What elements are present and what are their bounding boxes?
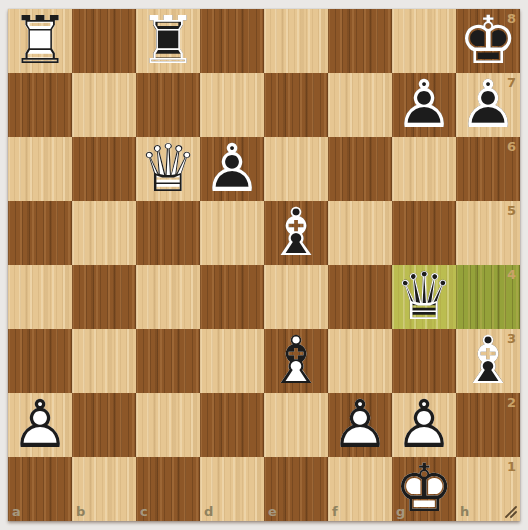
square-c1[interactable]: c — [136, 457, 200, 521]
square-g5[interactable] — [392, 201, 456, 265]
square-g6[interactable] — [392, 137, 456, 201]
piece-white-king[interactable]: ♚♔ — [392, 457, 456, 521]
square-f6[interactable] — [328, 137, 392, 201]
rook-glyph-outline: ♖ — [8, 8, 72, 74]
square-f3[interactable] — [328, 329, 392, 393]
square-d3[interactable] — [200, 329, 264, 393]
square-f8[interactable] — [328, 9, 392, 73]
square-c6[interactable]: ♛♕ — [136, 137, 200, 201]
queen-glyph-fill: ♛ — [136, 136, 200, 202]
king-glyph-fill: ♚ — [456, 8, 520, 74]
file-label-h: h — [460, 505, 469, 518]
rook-glyph-outline: ♖ — [136, 8, 200, 74]
rank-label-6: 6 — [507, 140, 516, 153]
square-d6[interactable]: ♟♙ — [200, 137, 264, 201]
pawn-glyph-outline: ♙ — [456, 72, 520, 138]
square-e4[interactable] — [264, 265, 328, 329]
bishop-glyph-outline: ♗ — [264, 200, 328, 266]
pawn-glyph-outline: ♙ — [8, 392, 72, 458]
pawn-glyph-outline: ♙ — [200, 136, 264, 202]
square-d7[interactable] — [200, 73, 264, 137]
pawn-glyph-fill: ♟ — [8, 392, 72, 458]
file-label-e: e — [268, 505, 277, 518]
king-glyph-outline: ♔ — [456, 8, 520, 74]
queen-glyph-fill: ♛ — [392, 264, 456, 330]
square-d8[interactable] — [200, 9, 264, 73]
bishop-glyph-outline: ♗ — [456, 328, 520, 394]
bishop-glyph-fill: ♝ — [264, 328, 328, 394]
square-d2[interactable] — [200, 393, 264, 457]
file-label-c: c — [140, 505, 148, 518]
king-glyph-outline: ♔ — [392, 456, 456, 522]
square-a3[interactable] — [8, 329, 72, 393]
piece-black-pawn[interactable]: ♟♙ — [200, 137, 264, 201]
rank-label-1: 1 — [507, 460, 516, 473]
square-g2[interactable]: ♟♙ — [392, 393, 456, 457]
square-a5[interactable] — [8, 201, 72, 265]
square-b7[interactable] — [72, 73, 136, 137]
square-b8[interactable] — [72, 9, 136, 73]
square-h3[interactable]: 3♝♗ — [456, 329, 520, 393]
square-g7[interactable]: ♟♙ — [392, 73, 456, 137]
pawn-glyph-outline: ♙ — [392, 72, 456, 138]
square-f1[interactable]: f — [328, 457, 392, 521]
queen-glyph-outline: ♕ — [136, 136, 200, 202]
piece-white-pawn[interactable]: ♟♙ — [392, 393, 456, 457]
square-f4[interactable] — [328, 265, 392, 329]
square-f2[interactable]: ♟♙ — [328, 393, 392, 457]
pawn-glyph-outline: ♙ — [328, 392, 392, 458]
pawn-glyph-fill: ♟ — [328, 392, 392, 458]
piece-black-bishop[interactable]: ♝♗ — [456, 329, 520, 393]
square-g8[interactable] — [392, 9, 456, 73]
page-background: ♜♖♜♖8♚♔♟♙7♟♙♛♕♟♙6♝♗5♛♕4♝♗3♝♗♟♙♟♙♟♙2abcde… — [0, 0, 528, 530]
chess-board[interactable]: ♜♖♜♖8♚♔♟♙7♟♙♛♕♟♙6♝♗5♛♕4♝♗3♝♗♟♙♟♙♟♙2abcde… — [8, 9, 520, 521]
piece-white-queen[interactable]: ♛♕ — [136, 137, 200, 201]
bishop-glyph-outline: ♗ — [264, 328, 328, 394]
resize-handle-icon[interactable] — [504, 505, 518, 519]
square-f5[interactable] — [328, 201, 392, 265]
piece-black-rook[interactable]: ♜♖ — [136, 9, 200, 73]
square-d5[interactable] — [200, 201, 264, 265]
piece-black-pawn[interactable]: ♟♙ — [392, 73, 456, 137]
square-b3[interactable] — [72, 329, 136, 393]
pawn-glyph-fill: ♟ — [392, 72, 456, 138]
square-h7[interactable]: 7♟♙ — [456, 73, 520, 137]
square-c5[interactable] — [136, 201, 200, 265]
square-h8[interactable]: 8♚♔ — [456, 9, 520, 73]
piece-black-bishop[interactable]: ♝♗ — [264, 201, 328, 265]
square-e8[interactable] — [264, 9, 328, 73]
square-e7[interactable] — [264, 73, 328, 137]
rook-glyph-fill: ♜ — [8, 8, 72, 74]
square-a2[interactable]: ♟♙ — [8, 393, 72, 457]
square-h4[interactable]: 4 — [456, 265, 520, 329]
bishop-glyph-fill: ♝ — [456, 328, 520, 394]
square-d1[interactable]: d — [200, 457, 264, 521]
rank-label-5: 5 — [507, 204, 516, 217]
square-e6[interactable] — [264, 137, 328, 201]
square-a4[interactable] — [8, 265, 72, 329]
square-b2[interactable] — [72, 393, 136, 457]
square-g3[interactable] — [392, 329, 456, 393]
rank-label-2: 2 — [507, 396, 516, 409]
square-c8[interactable]: ♜♖ — [136, 9, 200, 73]
square-e2[interactable] — [264, 393, 328, 457]
square-b4[interactable] — [72, 265, 136, 329]
rook-glyph-fill: ♜ — [136, 8, 200, 74]
square-e3[interactable]: ♝♗ — [264, 329, 328, 393]
square-g4[interactable]: ♛♕ — [392, 265, 456, 329]
square-h5[interactable]: 5 — [456, 201, 520, 265]
king-glyph-fill: ♚ — [392, 456, 456, 522]
queen-glyph-outline: ♕ — [392, 264, 456, 330]
piece-black-king[interactable]: ♚♔ — [456, 9, 520, 73]
square-e5[interactable]: ♝♗ — [264, 201, 328, 265]
square-b5[interactable] — [72, 201, 136, 265]
square-e1[interactable]: e — [264, 457, 328, 521]
file-label-b: b — [76, 505, 85, 518]
square-c7[interactable] — [136, 73, 200, 137]
square-a8[interactable]: ♜♖ — [8, 9, 72, 73]
square-c4[interactable] — [136, 265, 200, 329]
file-label-f: f — [332, 505, 338, 518]
pawn-glyph-fill: ♟ — [392, 392, 456, 458]
pawn-glyph-fill: ♟ — [456, 72, 520, 138]
bishop-glyph-fill: ♝ — [264, 200, 328, 266]
square-d4[interactable] — [200, 265, 264, 329]
pawn-glyph-outline: ♙ — [392, 392, 456, 458]
rank-label-4: 4 — [507, 268, 516, 281]
square-f7[interactable] — [328, 73, 392, 137]
square-h1[interactable]: 1h — [456, 457, 520, 521]
square-c3[interactable] — [136, 329, 200, 393]
square-c2[interactable] — [136, 393, 200, 457]
piece-white-rook[interactable]: ♜♖ — [8, 9, 72, 73]
square-a6[interactable] — [8, 137, 72, 201]
square-a1[interactable]: a — [8, 457, 72, 521]
piece-black-pawn[interactable]: ♟♙ — [456, 73, 520, 137]
file-label-d: d — [204, 505, 213, 518]
square-h6[interactable]: 6 — [456, 137, 520, 201]
piece-white-bishop[interactable]: ♝♗ — [264, 329, 328, 393]
piece-white-pawn[interactable]: ♟♙ — [328, 393, 392, 457]
square-b1[interactable]: b — [72, 457, 136, 521]
file-label-a: a — [12, 505, 21, 518]
square-b6[interactable] — [72, 137, 136, 201]
piece-black-queen[interactable]: ♛♕ — [392, 265, 456, 329]
square-h2[interactable]: 2 — [456, 393, 520, 457]
square-a7[interactable] — [8, 73, 72, 137]
square-g1[interactable]: g♚♔ — [392, 457, 456, 521]
piece-white-pawn[interactable]: ♟♙ — [8, 393, 72, 457]
pawn-glyph-fill: ♟ — [200, 136, 264, 202]
